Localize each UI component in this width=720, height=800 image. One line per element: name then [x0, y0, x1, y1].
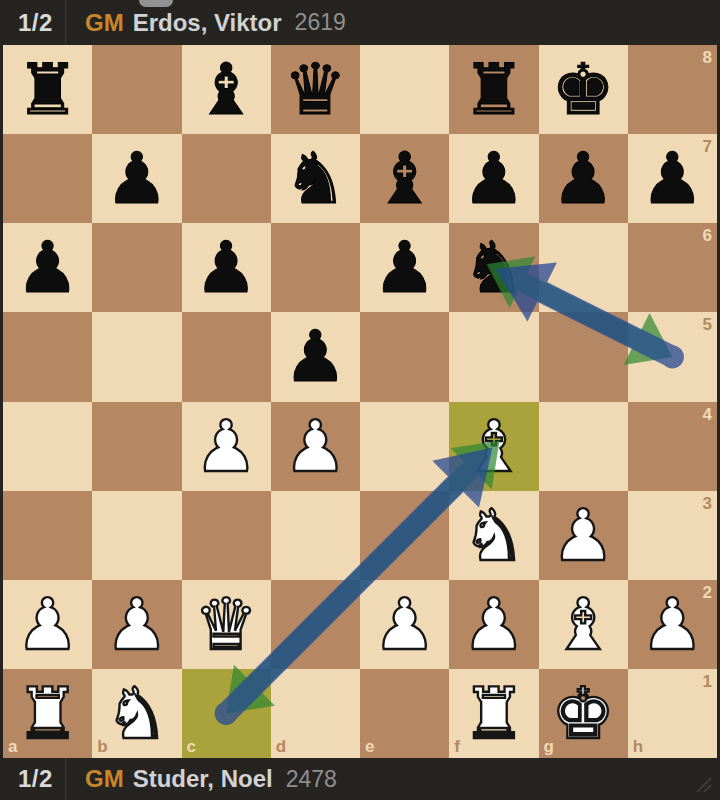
square-a4[interactable]: [3, 402, 92, 491]
square-f8[interactable]: ♜: [449, 45, 538, 134]
square-c7[interactable]: [182, 134, 271, 223]
file-label-b: b: [97, 737, 107, 757]
piece-black-pawn-c6[interactable]: ♟: [182, 223, 271, 312]
piece-black-pawn-d5[interactable]: ♟: [271, 312, 360, 401]
square-f5[interactable]: [449, 312, 538, 401]
square-b6[interactable]: [92, 223, 181, 312]
file-label-f: f: [454, 737, 460, 757]
square-d5[interactable]: ♟: [271, 312, 360, 401]
top-player-score: 1/2: [0, 9, 65, 37]
square-e1[interactable]: e: [360, 669, 449, 758]
piece-white-rook-f1[interactable]: ♜: [449, 669, 538, 758]
square-b7[interactable]: ♟: [92, 134, 181, 223]
square-h1[interactable]: 1h: [628, 669, 717, 758]
square-h7[interactable]: ♟7: [628, 134, 717, 223]
piece-white-pawn-c4[interactable]: ♟: [182, 402, 271, 491]
square-g7[interactable]: ♟: [539, 134, 628, 223]
piece-white-pawn-b2[interactable]: ♟: [92, 580, 181, 669]
square-e8[interactable]: [360, 45, 449, 134]
square-c5[interactable]: [182, 312, 271, 401]
bottom-player-bar: 1/2 GM Studer, Noel 2478: [0, 758, 720, 800]
square-d3[interactable]: [271, 491, 360, 580]
rank-label-4: 4: [703, 405, 712, 425]
square-h2[interactable]: ♟2: [628, 580, 717, 669]
square-d6[interactable]: [271, 223, 360, 312]
square-d2[interactable]: [271, 580, 360, 669]
square-h4[interactable]: 4: [628, 402, 717, 491]
square-g4[interactable]: [539, 402, 628, 491]
square-f1[interactable]: ♜f: [449, 669, 538, 758]
square-e5[interactable]: [360, 312, 449, 401]
square-a2[interactable]: ♟: [3, 580, 92, 669]
square-g8[interactable]: ♚: [539, 45, 628, 134]
piece-white-bishop-g2[interactable]: ♝: [539, 580, 628, 669]
square-d1[interactable]: d: [271, 669, 360, 758]
square-e2[interactable]: ♟: [360, 580, 449, 669]
file-label-h: h: [633, 737, 643, 757]
bottom-player-name[interactable]: Studer, Noel: [133, 765, 273, 793]
piece-white-pawn-a2[interactable]: ♟: [3, 580, 92, 669]
square-c8[interactable]: ♝: [182, 45, 271, 134]
piece-black-rook-f8[interactable]: ♜: [449, 45, 538, 134]
piece-white-pawn-f2[interactable]: ♟: [449, 580, 538, 669]
square-e6[interactable]: ♟: [360, 223, 449, 312]
square-a6[interactable]: ♟: [3, 223, 92, 312]
square-g1[interactable]: ♚g: [539, 669, 628, 758]
square-h6[interactable]: 6: [628, 223, 717, 312]
file-label-a: a: [8, 737, 17, 757]
rank-label-1: 1: [703, 672, 712, 692]
square-b4[interactable]: [92, 402, 181, 491]
chess-board[interactable]: ♜♝♛♜♚8♟♞♝♟♟♟7♟♟♟♞6♟5♟♟♝4♞♟3♟♟♛♟♟♝♟2♜a♞bc…: [3, 45, 717, 758]
square-b3[interactable]: [92, 491, 181, 580]
square-c1[interactable]: c: [182, 669, 271, 758]
piece-white-bishop-f4[interactable]: ♝: [449, 402, 538, 491]
piece-white-queen-c2[interactable]: ♛: [182, 580, 271, 669]
file-label-d: d: [276, 737, 286, 757]
file-label-g: g: [544, 737, 554, 757]
piece-black-bishop-e7[interactable]: ♝: [360, 134, 449, 223]
piece-white-pawn-d4[interactable]: ♟: [271, 402, 360, 491]
square-e7[interactable]: ♝: [360, 134, 449, 223]
piece-black-pawn-a6[interactable]: ♟: [3, 223, 92, 312]
square-b5[interactable]: [92, 312, 181, 401]
piece-black-pawn-g7[interactable]: ♟: [539, 134, 628, 223]
bottom-player-score: 1/2: [0, 765, 65, 793]
square-a1[interactable]: ♜a: [3, 669, 92, 758]
bar-divider: [65, 0, 66, 45]
square-g3[interactable]: ♟: [539, 491, 628, 580]
rank-label-7: 7: [703, 137, 712, 157]
square-e3[interactable]: [360, 491, 449, 580]
rank-label-3: 3: [703, 494, 712, 514]
piece-black-pawn-f7[interactable]: ♟: [449, 134, 538, 223]
rank-label-8: 8: [703, 48, 712, 68]
piece-black-knight-d7[interactable]: ♞: [271, 134, 360, 223]
square-e4[interactable]: [360, 402, 449, 491]
piece-black-rook-a8[interactable]: ♜: [3, 45, 92, 134]
square-g5[interactable]: [539, 312, 628, 401]
square-h3[interactable]: 3: [628, 491, 717, 580]
top-player-name[interactable]: Erdos, Viktor: [133, 9, 282, 37]
square-c4[interactable]: ♟: [182, 402, 271, 491]
square-c3[interactable]: [182, 491, 271, 580]
square-b1[interactable]: ♞b: [92, 669, 181, 758]
resize-handle-icon[interactable]: [694, 775, 714, 795]
piece-black-pawn-b7[interactable]: ♟: [92, 134, 181, 223]
square-g2[interactable]: ♝: [539, 580, 628, 669]
square-f4[interactable]: ♝: [449, 402, 538, 491]
piece-black-queen-d8[interactable]: ♛: [271, 45, 360, 134]
piece-white-pawn-e2[interactable]: ♟: [360, 580, 449, 669]
square-a5[interactable]: [3, 312, 92, 401]
square-c6[interactable]: ♟: [182, 223, 271, 312]
square-h5[interactable]: 5: [628, 312, 717, 401]
square-b8[interactable]: [92, 45, 181, 134]
top-player-title-badge: GM: [85, 9, 124, 37]
piece-black-king-g8[interactable]: ♚: [539, 45, 628, 134]
file-label-c: c: [187, 737, 196, 757]
square-f6[interactable]: ♞: [449, 223, 538, 312]
square-a3[interactable]: [3, 491, 92, 580]
bottom-player-title-badge: GM: [85, 765, 124, 793]
square-d8[interactable]: ♛: [271, 45, 360, 134]
piece-white-knight-f3[interactable]: ♞: [449, 491, 538, 580]
square-d7[interactable]: ♞: [271, 134, 360, 223]
rank-label-6: 6: [703, 226, 712, 246]
piece-white-pawn-g3[interactable]: ♟: [539, 491, 628, 580]
piece-black-knight-f6[interactable]: ♞: [449, 223, 538, 312]
square-d4[interactable]: ♟: [271, 402, 360, 491]
square-f2[interactable]: ♟: [449, 580, 538, 669]
square-a8[interactable]: ♜: [3, 45, 92, 134]
square-a7[interactable]: [3, 134, 92, 223]
square-h8[interactable]: 8: [628, 45, 717, 134]
rank-label-2: 2: [703, 583, 712, 603]
file-label-e: e: [365, 737, 374, 757]
top-player-rating: 2619: [295, 9, 346, 36]
piece-black-bishop-c8[interactable]: ♝: [182, 45, 271, 134]
cropped-text-fragment: [139, 0, 173, 7]
square-f3[interactable]: ♞: [449, 491, 538, 580]
square-f7[interactable]: ♟: [449, 134, 538, 223]
square-b2[interactable]: ♟: [92, 580, 181, 669]
piece-black-pawn-e6[interactable]: ♟: [360, 223, 449, 312]
bottom-player-rating: 2478: [286, 766, 337, 793]
square-c2[interactable]: ♛: [182, 580, 271, 669]
bar-divider: [65, 758, 66, 800]
top-player-bar: 1/2 GM Erdos, Viktor 2619: [0, 0, 720, 45]
rank-label-5: 5: [703, 315, 712, 335]
square-g6[interactable]: [539, 223, 628, 312]
